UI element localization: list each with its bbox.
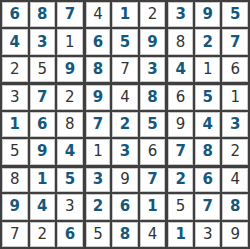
cell-r9c6[interactable]: 4 xyxy=(140,222,166,247)
cell-r5c3[interactable]: 8 xyxy=(57,112,83,137)
cell-r1c3[interactable]: 7 xyxy=(57,2,83,27)
cell-r5c7[interactable]: 9 xyxy=(167,112,193,137)
cell-r8c7[interactable]: 5 xyxy=(167,194,193,219)
cell-r8c6[interactable]: 1 xyxy=(140,194,166,219)
cell-r7c9[interactable]: 4 xyxy=(222,167,248,192)
cell-r9c4[interactable]: 5 xyxy=(85,222,111,247)
cell-r2c6[interactable]: 9 xyxy=(140,29,166,54)
cell-r5c8[interactable]: 4 xyxy=(195,112,221,137)
cell-r5c1[interactable]: 1 xyxy=(2,112,28,137)
cell-r7c2[interactable]: 1 xyxy=(30,167,56,192)
cell-r8c4[interactable]: 2 xyxy=(85,194,111,219)
cell-r4c9[interactable]: 1 xyxy=(222,84,248,109)
cell-r7c3[interactable]: 5 xyxy=(57,167,83,192)
cell-r6c2[interactable]: 9 xyxy=(30,139,56,164)
cell-r2c7[interactable]: 8 xyxy=(167,29,193,54)
cell-r6c8[interactable]: 8 xyxy=(195,139,221,164)
cell-r1c2[interactable]: 8 xyxy=(30,2,56,27)
cell-r9c7[interactable]: 1 xyxy=(167,222,193,247)
cell-r6c6[interactable]: 6 xyxy=(140,139,166,164)
cell-r4c3[interactable]: 2 xyxy=(57,84,83,109)
cell-r5c4[interactable]: 7 xyxy=(85,112,111,137)
cell-r4c2[interactable]: 7 xyxy=(30,84,56,109)
cell-r6c7[interactable]: 7 xyxy=(167,139,193,164)
cell-r8c8[interactable]: 7 xyxy=(195,194,221,219)
cell-r3c9[interactable]: 6 xyxy=(222,57,248,82)
cell-r3c6[interactable]: 3 xyxy=(140,57,166,82)
cell-r2c1[interactable]: 4 xyxy=(2,29,28,54)
cell-r8c9[interactable]: 8 xyxy=(222,194,248,219)
cell-r9c5[interactable]: 8 xyxy=(112,222,138,247)
cell-r6c5[interactable]: 3 xyxy=(112,139,138,164)
cell-r8c1[interactable]: 9 xyxy=(2,194,28,219)
cell-r3c7[interactable]: 4 xyxy=(167,57,193,82)
cell-r7c7[interactable]: 2 xyxy=(167,167,193,192)
cell-r3c3[interactable]: 9 xyxy=(57,57,83,82)
cell-r2c8[interactable]: 2 xyxy=(195,29,221,54)
cell-r7c1[interactable]: 8 xyxy=(2,167,28,192)
cell-r7c6[interactable]: 7 xyxy=(140,167,166,192)
cell-r7c8[interactable]: 6 xyxy=(195,167,221,192)
cell-r4c7[interactable]: 6 xyxy=(167,84,193,109)
cell-r2c2[interactable]: 3 xyxy=(30,29,56,54)
cell-r4c8[interactable]: 5 xyxy=(195,84,221,109)
cell-r2c4[interactable]: 6 xyxy=(85,29,111,54)
cell-r1c1[interactable]: 6 xyxy=(2,2,28,27)
cell-r2c9[interactable]: 7 xyxy=(222,29,248,54)
cell-r5c6[interactable]: 5 xyxy=(140,112,166,137)
cell-r1c9[interactable]: 5 xyxy=(222,2,248,27)
cell-r3c4[interactable]: 8 xyxy=(85,57,111,82)
cell-r2c3[interactable]: 1 xyxy=(57,29,83,54)
cell-r5c2[interactable]: 6 xyxy=(30,112,56,137)
cell-r6c4[interactable]: 1 xyxy=(85,139,111,164)
cell-r4c6[interactable]: 8 xyxy=(140,84,166,109)
cell-r1c4[interactable]: 4 xyxy=(85,2,111,27)
cell-r3c2[interactable]: 5 xyxy=(30,57,56,82)
cell-r1c7[interactable]: 3 xyxy=(167,2,193,27)
cell-r8c2[interactable]: 4 xyxy=(30,194,56,219)
cell-r9c8[interactable]: 3 xyxy=(195,222,221,247)
cell-r5c5[interactable]: 2 xyxy=(112,112,138,137)
cell-r6c1[interactable]: 5 xyxy=(2,139,28,164)
cell-r6c9[interactable]: 2 xyxy=(222,139,248,164)
cell-r3c5[interactable]: 7 xyxy=(112,57,138,82)
cell-r1c8[interactable]: 9 xyxy=(195,2,221,27)
cell-r9c3[interactable]: 6 xyxy=(57,222,83,247)
cell-r4c5[interactable]: 4 xyxy=(112,84,138,109)
cell-r1c6[interactable]: 2 xyxy=(140,2,166,27)
sudoku-board: 6874123954316598272598734163729486511687… xyxy=(0,0,250,249)
cell-r6c3[interactable]: 4 xyxy=(57,139,83,164)
cell-r9c1[interactable]: 7 xyxy=(2,222,28,247)
cell-r1c5[interactable]: 1 xyxy=(112,2,138,27)
cell-r2c5[interactable]: 5 xyxy=(112,29,138,54)
cell-r4c4[interactable]: 9 xyxy=(85,84,111,109)
cell-r5c9[interactable]: 3 xyxy=(222,112,248,137)
cell-r3c8[interactable]: 1 xyxy=(195,57,221,82)
cell-r9c9[interactable]: 9 xyxy=(222,222,248,247)
cell-r9c2[interactable]: 2 xyxy=(30,222,56,247)
cell-r8c3[interactable]: 3 xyxy=(57,194,83,219)
cell-r4c1[interactable]: 3 xyxy=(2,84,28,109)
cell-r7c4[interactable]: 3 xyxy=(85,167,111,192)
cell-r8c5[interactable]: 6 xyxy=(112,194,138,219)
cell-r3c1[interactable]: 2 xyxy=(2,57,28,82)
cell-r7c5[interactable]: 9 xyxy=(112,167,138,192)
